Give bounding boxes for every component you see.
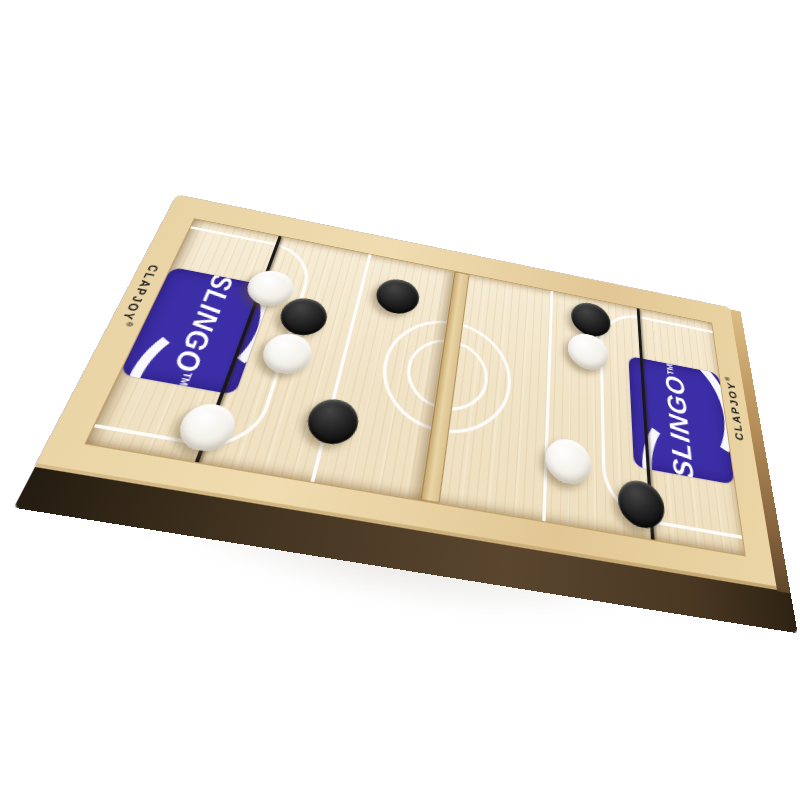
registered-mark: ® <box>125 321 135 327</box>
registered-mark: ® <box>724 376 731 382</box>
puck-black[interactable] <box>617 477 666 531</box>
product-photo-scene: SLINGOTM SLINGOTM CLAPJOY® CLAPJOY® <box>0 0 800 800</box>
puck-white[interactable] <box>258 330 317 377</box>
puck-black[interactable] <box>373 276 422 317</box>
puck-white[interactable] <box>568 330 609 373</box>
puck-white[interactable] <box>173 400 242 455</box>
puck-white[interactable] <box>545 436 592 488</box>
puck-black[interactable] <box>303 396 363 448</box>
